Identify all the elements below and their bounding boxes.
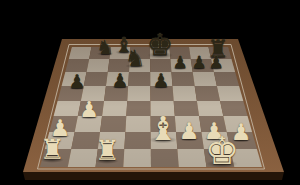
piece-white-rook-a1[interactable]: ♜	[39, 136, 64, 164]
piece-black-pawn-c6[interactable]: ♟	[111, 71, 128, 90]
piece-white-pawn-b3[interactable]: ♟	[79, 99, 99, 121]
piece-black-pawn-e6[interactable]: ♟	[152, 71, 169, 90]
piece-black-pawn-f7[interactable]: ♟	[172, 54, 187, 71]
piece-black-knight-d7[interactable]: ♞	[125, 47, 146, 70]
piece-black-king-e8[interactable]: ♚	[147, 30, 174, 60]
piece-white-bishop-e2[interactable]: ♝	[148, 112, 178, 145]
board-frame-edge	[23, 172, 284, 180]
piece-black-pawn-g7[interactable]: ♟	[191, 54, 206, 71]
piece-white-pawn-f2[interactable]: ♟	[179, 120, 200, 143]
piece-white-king-g1[interactable]: ♚	[205, 132, 239, 170]
piece-black-knight-b8[interactable]: ♞	[96, 37, 114, 57]
piece-white-rook-c1[interactable]: ♜	[94, 137, 119, 165]
piece-black-pawn-a6[interactable]: ♟	[68, 72, 85, 91]
piece-black-pawn-h7[interactable]: ♟	[208, 54, 223, 71]
chess-scene: ♝♞♚♜♞♟♟♟♟♟♟♟♟♟♟♝♟♜♜♚	[0, 0, 300, 185]
